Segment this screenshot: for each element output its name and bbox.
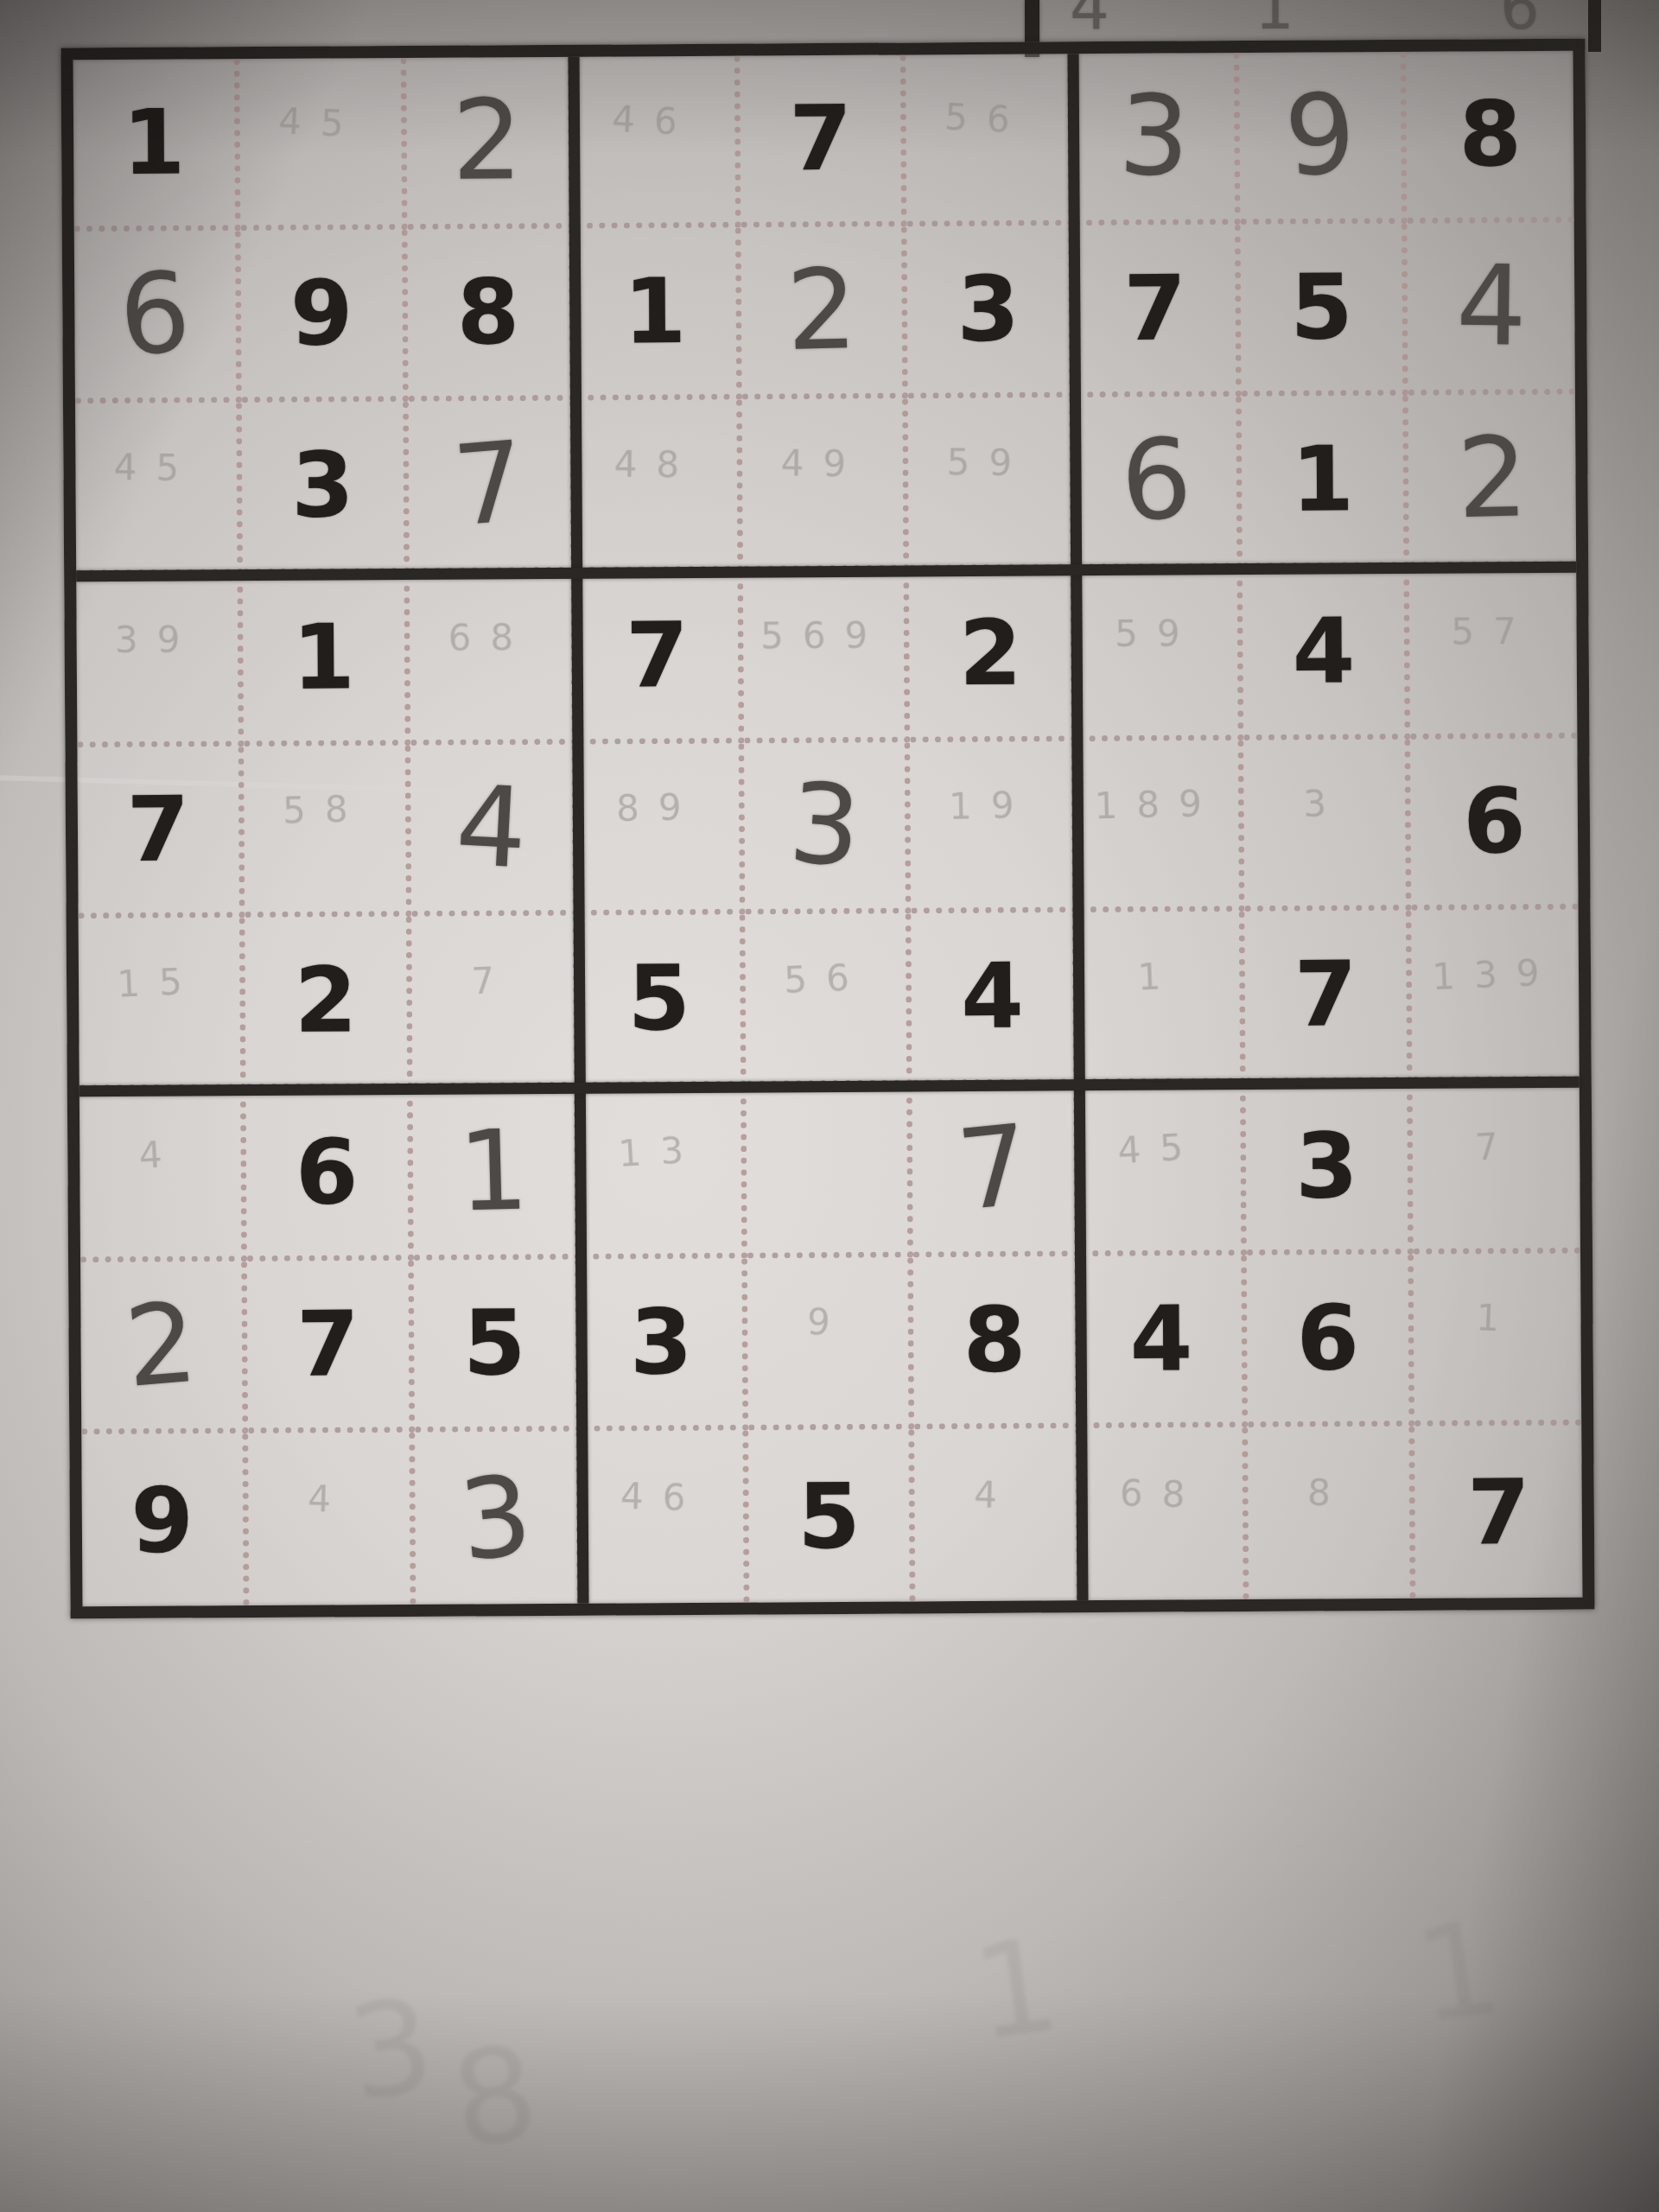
cell-r4c1: 39: [76, 575, 244, 747]
cell-r7c1: 4: [79, 1090, 247, 1262]
ghost-smudge: 8: [443, 2017, 546, 2177]
cell-r2c5: 2: [741, 226, 908, 399]
cell-r9c1: 9: [81, 1433, 249, 1606]
given-digit: 3: [957, 264, 1020, 353]
pencil-candidates: 46: [573, 96, 735, 146]
pencil-candidates: 56: [745, 955, 907, 1004]
cell-r4c7: 59: [1077, 569, 1244, 741]
given-digit: 7: [626, 610, 689, 700]
cell-r8c2: 7: [247, 1261, 415, 1433]
cell-r3c4: 48: [575, 399, 743, 572]
cell-r4c5: 569: [743, 570, 911, 743]
given-digit: 5: [627, 953, 690, 1043]
cell-r7c8: 3: [1246, 1083, 1414, 1255]
given-digit: 6: [1296, 1293, 1359, 1382]
handwritten-digit: 3: [785, 768, 863, 883]
pencil-candidates: 7: [1412, 1121, 1580, 1173]
cell-r9c2: 4: [248, 1433, 416, 1605]
ghost-smudge: 1: [964, 1909, 1067, 2069]
cell-r9c4: 46: [582, 1431, 749, 1604]
pencil-candidates: 45: [75, 445, 236, 489]
cell-r6c7: 1: [1078, 912, 1246, 1084]
pencil-candidates: 49: [742, 442, 903, 486]
given-digit: 1: [623, 266, 686, 356]
cell-r5c2: 58: [244, 745, 411, 918]
cell-r1c2: 45: [239, 58, 407, 231]
upper-grid-digit-tail: 6: [1500, 0, 1540, 43]
cell-r8c5: 9: [747, 1258, 915, 1431]
cell-r2c2: 9: [241, 230, 409, 403]
given-digit: 7: [1294, 950, 1357, 1039]
cell-r8c6: 8: [913, 1256, 1081, 1429]
cell-r1c7: 3: [1073, 53, 1241, 226]
cell-r3c2: 3: [242, 402, 410, 575]
cell-r5c9: 6: [1410, 738, 1578, 911]
pencil-candidates: 4: [914, 1471, 1076, 1518]
cell-r8c3: 5: [414, 1260, 582, 1433]
pencil-candidates: 7: [411, 957, 574, 1006]
given-digit: 1: [292, 612, 355, 702]
paper-photo-background: 416 145246756398698123754453748495961239…: [0, 0, 1659, 2212]
given-digit: 4: [961, 951, 1024, 1041]
given-digit: 2: [959, 607, 1022, 697]
pencil-candidates: 68: [1081, 1471, 1243, 1517]
pencil-candidates: 89: [577, 785, 739, 830]
cell-r7c4: 13: [579, 1087, 747, 1260]
cell-r3c9: 2: [1408, 394, 1576, 567]
upper-grid-digit-tail: 1: [1255, 0, 1294, 43]
pencil-candidates: 46: [582, 1473, 743, 1520]
handwritten-digit: 2: [452, 85, 523, 195]
upper-grid-digit-tail: 4: [1070, 0, 1109, 43]
cell-r1c4: 46: [573, 56, 741, 229]
handwritten-digit: 4: [454, 771, 530, 885]
cell-r6c1: 15: [79, 918, 246, 1091]
given-digit: 5: [1290, 262, 1353, 352]
cell-r7c9: 7: [1413, 1082, 1580, 1255]
pencil-candidates: 4: [79, 1129, 241, 1181]
handwritten-digit: 3: [455, 1459, 537, 1577]
cell-r6c2: 2: [245, 917, 412, 1090]
given-digit: 3: [291, 440, 354, 530]
cell-r5c5: 3: [744, 742, 912, 915]
handwritten-digit: 7: [953, 1109, 1034, 1227]
given-digit: 8: [457, 267, 520, 357]
cell-r2c4: 1: [574, 227, 741, 400]
cell-r1c6: 56: [906, 54, 1074, 226]
cell-r4c9: 57: [1409, 566, 1577, 739]
given-digit: 4: [1292, 606, 1355, 696]
pencil-candidates: 58: [244, 787, 405, 833]
cell-r9c9: 7: [1414, 1426, 1582, 1599]
handwritten-digit: 2: [1456, 422, 1529, 534]
handwritten-digit: 1: [457, 1116, 531, 1228]
handwritten-digit: 7: [449, 426, 529, 542]
given-digit: 7: [296, 1299, 359, 1389]
given-digit: 9: [290, 268, 353, 358]
given-digit: 9: [130, 1475, 194, 1565]
cell-r7c3: 1: [413, 1088, 581, 1261]
cell-r5c7: 189: [1077, 741, 1245, 913]
pencil-candidates: 8: [1248, 1470, 1409, 1516]
given-digit: 7: [789, 93, 852, 183]
cell-r1c8: 9: [1240, 52, 1408, 225]
cell-r2c6: 3: [907, 226, 1075, 398]
cell-r5c6: 19: [911, 741, 1078, 914]
cell-r5c8: 3: [1244, 739, 1412, 912]
pencil-candidates: 56: [906, 93, 1068, 143]
given-digit: 1: [1291, 434, 1354, 524]
cell-r3c7: 6: [1075, 397, 1243, 569]
cell-r6c8: 7: [1245, 911, 1413, 1084]
cell-r8c1: 2: [80, 1262, 248, 1434]
cell-r4c2: 1: [243, 574, 410, 747]
cell-r5c1: 7: [77, 747, 245, 919]
ghost-smudge: 3: [340, 1969, 442, 2130]
pencil-candidates: 45: [239, 98, 402, 148]
cell-r6c9: 139: [1412, 910, 1580, 1083]
given-digit: 7: [1123, 263, 1186, 353]
cell-r3c3: 7: [409, 401, 576, 574]
cell-r7c6: 7: [912, 1085, 1080, 1258]
handwritten-digit: 3: [1117, 79, 1192, 193]
cell-r2c8: 5: [1241, 224, 1408, 397]
given-digit: 5: [798, 1471, 861, 1560]
given-digit: 2: [295, 956, 358, 1046]
cell-r2c9: 4: [1408, 223, 1575, 396]
cell-r9c6: 4: [915, 1428, 1083, 1601]
pencil-candidates: 13: [579, 1126, 741, 1178]
pencil-candidates: 189: [1077, 782, 1239, 828]
cell-r1c9: 8: [1407, 51, 1574, 224]
pencil-candidates: 1: [1077, 952, 1240, 1001]
cell-r6c3: 7: [411, 916, 579, 1089]
cell-r7c7: 45: [1079, 1084, 1247, 1256]
cell-r5c3: 4: [410, 744, 578, 917]
pencil-candidates: 39: [76, 618, 237, 661]
pencil-candidates: 15: [78, 958, 240, 1007]
cell-r1c1: 1: [73, 59, 241, 232]
upper-grid-border-line: [1588, 0, 1601, 52]
cell-grid: 1452467563986981237544537484959612391687…: [73, 51, 1583, 1607]
cell-r6c6: 4: [912, 913, 1079, 1086]
given-digit: 5: [463, 1298, 526, 1388]
pencil-candidates: 569: [743, 613, 904, 657]
given-digit: 3: [1295, 1122, 1358, 1211]
pencil-candidates: 19: [911, 783, 1072, 829]
given-digit: 1: [123, 97, 186, 187]
given-digit: 7: [1467, 1467, 1530, 1557]
pencil-candidates: 45: [1078, 1122, 1241, 1174]
cell-r2c3: 8: [408, 229, 575, 402]
cell-r1c3: 2: [406, 57, 574, 230]
cell-r4c6: 2: [910, 569, 1077, 742]
handwritten-digit: 4: [1455, 251, 1527, 362]
pencil-candidates: 59: [909, 440, 1070, 484]
given-digit: 8: [963, 1295, 1026, 1385]
cell-r6c4: 5: [578, 915, 746, 1088]
cell-r6c5: 56: [745, 914, 912, 1087]
pencil-candidates: 3: [1244, 781, 1406, 827]
handwritten-digit: 6: [1118, 423, 1193, 537]
cell-r9c3: 3: [415, 1432, 582, 1605]
given-digit: 4: [1129, 1294, 1192, 1384]
given-digit: 7: [126, 785, 189, 874]
pencil-candidates: 9: [747, 1298, 909, 1348]
pencil-candidates: 57: [1410, 609, 1577, 652]
cell-r8c9: 1: [1414, 1254, 1581, 1427]
cell-r7c2: 6: [246, 1089, 414, 1262]
handwritten-digit: 2: [785, 254, 858, 366]
given-digit: 6: [1463, 777, 1526, 867]
cell-r4c3: 68: [410, 572, 577, 745]
cell-r8c7: 4: [1080, 1255, 1248, 1428]
sudoku-board: 1452467563986981237544537484959612391687…: [60, 39, 1594, 1619]
cell-r9c5: 5: [748, 1430, 916, 1603]
cell-r3c6: 59: [908, 397, 1076, 570]
cell-r2c1: 6: [74, 231, 242, 404]
cell-r8c4: 3: [581, 1259, 748, 1432]
cell-r7c5: [746, 1086, 913, 1259]
pencil-candidates: 4: [248, 1476, 410, 1522]
handwritten-digit: 6: [117, 257, 194, 372]
cell-r2c7: 7: [1074, 225, 1242, 397]
cell-r3c5: 49: [742, 398, 910, 571]
pencil-candidates: 59: [1077, 612, 1237, 655]
pencil-candidates: 139: [1411, 950, 1580, 1000]
cell-r4c4: 7: [576, 571, 744, 744]
pencil-candidates: 48: [575, 442, 736, 486]
handwritten-digit: 2: [122, 1287, 201, 1403]
cell-r9c8: 8: [1248, 1427, 1415, 1599]
given-digit: 6: [296, 1128, 359, 1217]
handwritten-digit: 9: [1282, 78, 1359, 193]
cell-r3c1: 45: [75, 403, 243, 575]
given-digit: 3: [630, 1297, 693, 1387]
cell-r8c8: 6: [1247, 1255, 1414, 1427]
cell-r5c4: 89: [577, 743, 745, 916]
given-digit: 8: [1459, 89, 1522, 179]
ghost-smudge: 1: [1407, 1891, 1510, 2052]
pencil-candidates: 1: [1414, 1294, 1582, 1344]
pencil-candidates: 68: [410, 615, 570, 658]
cell-r9c7: 68: [1082, 1427, 1249, 1600]
cell-r4c8: 4: [1243, 568, 1410, 741]
cell-r3c8: 1: [1242, 396, 1409, 569]
cell-r1c5: 7: [740, 54, 907, 227]
